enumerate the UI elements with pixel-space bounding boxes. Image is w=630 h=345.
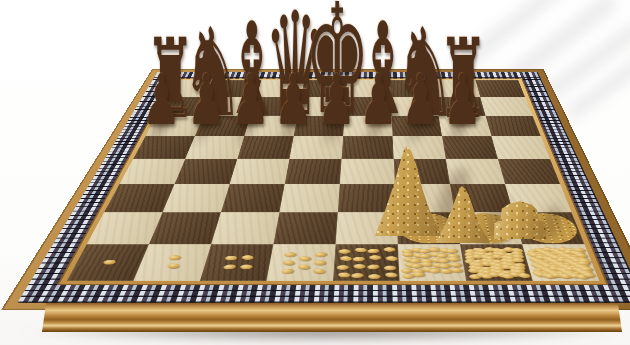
square-f1 <box>398 244 466 280</box>
square-f4 <box>394 159 450 184</box>
square-f6 <box>392 116 442 136</box>
square-h2 <box>513 212 584 244</box>
square-b7 <box>204 97 257 116</box>
square-f7 <box>391 97 439 116</box>
grains-f1-32 <box>398 244 466 280</box>
square-h3 <box>505 184 572 212</box>
square-a8 <box>167 80 219 97</box>
square-d7 <box>298 97 346 116</box>
grain-pile-base-h2 <box>515 213 582 243</box>
square-e6 <box>343 116 392 136</box>
grain-pile-base-f2 <box>398 213 458 243</box>
square-h8 <box>476 80 526 97</box>
square-h4 <box>498 159 560 184</box>
square-e2 <box>336 212 398 244</box>
grains-d1-8 <box>267 244 336 280</box>
grains-c1-4 <box>200 244 273 280</box>
square-b4 <box>175 159 238 184</box>
square-f2 <box>396 212 460 244</box>
square-d8 <box>301 80 347 97</box>
square-c4 <box>230 159 290 184</box>
square-a7 <box>157 97 212 116</box>
square-b8 <box>211 80 261 97</box>
square-c2 <box>211 212 279 244</box>
square-h7 <box>480 97 532 116</box>
square-g6 <box>439 116 492 136</box>
square-f3 <box>395 184 455 212</box>
board-front-molding <box>42 303 622 332</box>
grains-g1-64 <box>460 244 533 280</box>
square-e7 <box>345 97 392 116</box>
square-e8 <box>346 80 391 97</box>
square-d1 <box>267 244 336 280</box>
square-d4 <box>285 159 342 184</box>
square-h6 <box>486 116 541 136</box>
square-d5 <box>289 136 343 159</box>
square-c1 <box>200 244 273 280</box>
square-c3 <box>221 184 285 212</box>
square-e4 <box>340 159 395 184</box>
square-c5 <box>237 136 293 159</box>
square-e1 <box>333 244 400 280</box>
square-g4 <box>446 159 505 184</box>
square-f5 <box>393 136 446 159</box>
chess-board <box>1 69 630 310</box>
scene: ♜♞♝♛♚♝♞♜♟♟♟♟♟♟♟♟ <box>0 0 630 345</box>
square-h5 <box>491 136 550 159</box>
square-b2 <box>149 212 221 244</box>
square-b5 <box>185 136 244 159</box>
square-g3 <box>450 184 513 212</box>
square-c7 <box>251 97 301 116</box>
grain-pile-base-g2 <box>457 213 521 243</box>
square-g7 <box>436 97 486 116</box>
square-d6 <box>294 116 345 136</box>
square-e3 <box>338 184 396 212</box>
square-b6 <box>195 116 251 136</box>
square-f8 <box>390 80 436 97</box>
square-c8 <box>256 80 304 97</box>
square-g2 <box>455 212 523 244</box>
square-e5 <box>342 136 394 159</box>
square-b3 <box>163 184 230 212</box>
square-g1 <box>460 244 533 280</box>
square-g5 <box>442 136 498 159</box>
square-d2 <box>273 212 337 244</box>
square-g8 <box>433 80 481 97</box>
square-c6 <box>244 116 297 136</box>
grains-e1-16 <box>333 244 400 280</box>
square-d3 <box>279 184 339 212</box>
